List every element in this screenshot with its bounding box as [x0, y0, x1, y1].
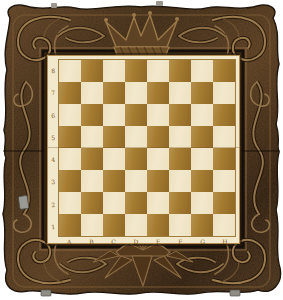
square-g2[interactable] [191, 192, 213, 214]
square-b5[interactable] [81, 126, 103, 148]
square-b2[interactable] [81, 192, 103, 214]
square-h5[interactable] [213, 126, 235, 148]
square-b8[interactable] [81, 60, 103, 82]
square-c8[interactable] [103, 60, 125, 82]
square-d5[interactable] [125, 126, 147, 148]
square-c2[interactable] [103, 192, 125, 214]
square-f2[interactable] [169, 192, 191, 214]
square-a2[interactable] [59, 192, 81, 214]
square-g7[interactable] [191, 82, 213, 104]
bottom-hinge-right [230, 290, 240, 296]
square-g6[interactable] [191, 104, 213, 126]
square-c5[interactable] [103, 126, 125, 148]
square-d1[interactable] [125, 214, 147, 236]
top-hanger-tab-left [51, 3, 57, 8]
square-g3[interactable] [191, 170, 213, 192]
board-fold-seam [48, 147, 241, 148]
square-a1[interactable] [59, 214, 81, 236]
square-e8[interactable] [147, 60, 169, 82]
square-h3[interactable] [213, 170, 235, 192]
square-a3[interactable] [59, 170, 81, 192]
square-f1[interactable] [169, 214, 191, 236]
square-e4[interactable] [147, 148, 169, 170]
square-a8[interactable] [59, 60, 81, 82]
square-f7[interactable] [169, 82, 191, 104]
square-f4[interactable] [169, 148, 191, 170]
square-h6[interactable] [213, 104, 235, 126]
square-b3[interactable] [81, 170, 103, 192]
top-hanger-tab-right [156, 1, 163, 6]
square-b4[interactable] [81, 148, 103, 170]
square-e3[interactable] [147, 170, 169, 192]
left-metal-latch [18, 195, 29, 209]
square-d7[interactable] [125, 82, 147, 104]
square-b7[interactable] [81, 82, 103, 104]
square-g5[interactable] [191, 126, 213, 148]
square-c6[interactable] [103, 104, 125, 126]
bottom-hinge-left [41, 290, 51, 296]
square-h4[interactable] [213, 148, 235, 170]
square-b1[interactable] [81, 214, 103, 236]
file-label-a: A [58, 237, 80, 245]
square-e2[interactable] [147, 192, 169, 214]
file-labels: ABCDEFGH [58, 237, 236, 245]
square-c1[interactable] [103, 214, 125, 236]
square-f3[interactable] [169, 170, 191, 192]
square-c4[interactable] [103, 148, 125, 170]
square-h2[interactable] [213, 192, 235, 214]
square-d3[interactable] [125, 170, 147, 192]
file-label-h: H [214, 237, 236, 245]
square-h8[interactable] [213, 60, 235, 82]
chess-board: 87654321 ABCDEFGH [47, 55, 240, 244]
square-e6[interactable] [147, 104, 169, 126]
square-b6[interactable] [81, 104, 103, 126]
square-g8[interactable] [191, 60, 213, 82]
square-h1[interactable] [213, 214, 235, 236]
square-a7[interactable] [59, 82, 81, 104]
square-f5[interactable] [169, 126, 191, 148]
rank-labels: 87654321 [48, 59, 58, 237]
board-grid [58, 59, 236, 237]
file-label-f: F [169, 237, 191, 245]
square-e7[interactable] [147, 82, 169, 104]
file-label-g: G [192, 237, 214, 245]
square-c3[interactable] [103, 170, 125, 192]
file-label-e: E [147, 237, 169, 245]
square-f6[interactable] [169, 104, 191, 126]
square-a5[interactable] [59, 126, 81, 148]
square-h7[interactable] [213, 82, 235, 104]
square-d4[interactable] [125, 148, 147, 170]
square-d8[interactable] [125, 60, 147, 82]
carved-chess-board-photo: 87654321 ABCDEFGH [0, 0, 283, 300]
file-label-d: D [125, 237, 147, 245]
file-label-c: C [103, 237, 125, 245]
square-g1[interactable] [191, 214, 213, 236]
square-d2[interactable] [125, 192, 147, 214]
file-label-b: B [80, 237, 102, 245]
square-a6[interactable] [59, 104, 81, 126]
square-c7[interactable] [103, 82, 125, 104]
square-a4[interactable] [59, 148, 81, 170]
square-e1[interactable] [147, 214, 169, 236]
square-e5[interactable] [147, 126, 169, 148]
square-g4[interactable] [191, 148, 213, 170]
square-f8[interactable] [169, 60, 191, 82]
square-d6[interactable] [125, 104, 147, 126]
